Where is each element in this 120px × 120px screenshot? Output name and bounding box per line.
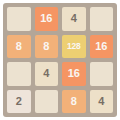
empty-cell-r4c2: [35, 90, 59, 114]
tile-16-r2c4: 16: [90, 35, 114, 59]
tile-16-r1c2: 16: [35, 7, 59, 31]
empty-cell-r1c4: [90, 7, 114, 31]
empty-cell-r1c1: [7, 7, 31, 31]
tile-8-r2c1: 8: [7, 35, 31, 59]
tile-4-r3c2: 4: [35, 62, 59, 86]
tile-8-r2c2: 8: [35, 35, 59, 59]
empty-cell-r3c1: [7, 62, 31, 86]
empty-cell-r3c4: [90, 62, 114, 86]
tile-4-r1c3: 4: [62, 7, 86, 31]
tile-4-r4c4: 4: [90, 90, 114, 114]
2048-board[interactable]: 1648812816416284: [3, 3, 117, 117]
tile-128-r2c3: 128: [62, 35, 86, 59]
tile-2-r4c1: 2: [7, 90, 31, 114]
tile-16-r3c3: 16: [62, 62, 86, 86]
tile-8-r4c3: 8: [62, 90, 86, 114]
